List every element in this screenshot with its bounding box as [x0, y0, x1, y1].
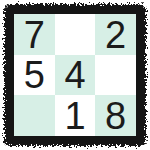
cell-r3c3[interactable]: 8	[95, 95, 136, 136]
cell-r2c3[interactable]	[95, 55, 136, 96]
cell-r1c1[interactable]: 7	[14, 14, 55, 55]
cell-r2c2[interactable]: 4	[55, 55, 96, 96]
sudoku-board: 7 2 5 4 1 8	[14, 14, 136, 136]
cell-r1c2[interactable]	[55, 14, 96, 55]
sudoku-icon: 7 2 5 4 1 8	[0, 0, 150, 150]
cell-r3c1[interactable]	[14, 95, 55, 136]
cell-r2c1[interactable]: 5	[14, 55, 55, 96]
cell-r3c2[interactable]: 1	[55, 95, 96, 136]
cell-r1c3[interactable]: 2	[95, 14, 136, 55]
